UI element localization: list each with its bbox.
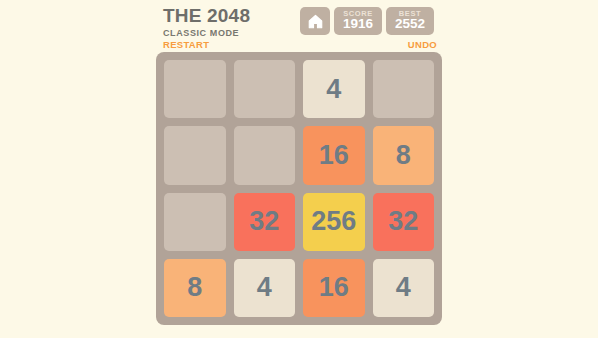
tile-32-r3c2: 32 [234, 193, 296, 251]
tile-4-r1c3: 4 [303, 60, 365, 118]
best-value: 2552 [395, 17, 425, 32]
empty-cell-r1c1 [164, 60, 226, 118]
empty-cell-r2c2 [234, 126, 296, 184]
restart-button[interactable]: RESTART [163, 39, 209, 50]
score-badge: SCORE 1916 [334, 7, 382, 35]
tile-16-r2c3: 16 [303, 126, 365, 184]
tile-8-r2c4: 8 [373, 126, 435, 184]
tile-4-r4c4: 4 [373, 259, 435, 317]
controls-row: RESTART UNDO [163, 39, 437, 50]
tile-4-r4c2: 4 [234, 259, 296, 317]
title-block: THE 2048 CLASSIC MODE [163, 6, 250, 38]
home-icon [307, 13, 324, 29]
best-badge: BEST 2552 [386, 7, 434, 35]
score-value: 1916 [343, 17, 373, 32]
empty-cell-r3c1 [164, 193, 226, 251]
empty-cell-r1c4 [373, 60, 435, 118]
app-screen: THE 2048 CLASSIC MODE SCORE 1916 BEST 25… [0, 0, 598, 338]
undo-button[interactable]: UNDO [408, 39, 437, 50]
tile-32-r3c4: 32 [373, 193, 435, 251]
empty-cell-r2c1 [164, 126, 226, 184]
home-button[interactable] [300, 7, 330, 35]
page-title: THE 2048 [163, 6, 250, 26]
tile-256-r3c3: 256 [303, 193, 365, 251]
tile-8-r4c1: 8 [164, 259, 226, 317]
header-stats: SCORE 1916 BEST 2552 [300, 7, 434, 35]
empty-cell-r1c2 [234, 60, 296, 118]
tile-16-r4c3: 16 [303, 259, 365, 317]
board-grid[interactable]: 4168322563284164 [156, 52, 442, 325]
game-column: THE 2048 CLASSIC MODE SCORE 1916 BEST 25… [156, 0, 442, 338]
mode-subtitle: CLASSIC MODE [163, 28, 250, 38]
